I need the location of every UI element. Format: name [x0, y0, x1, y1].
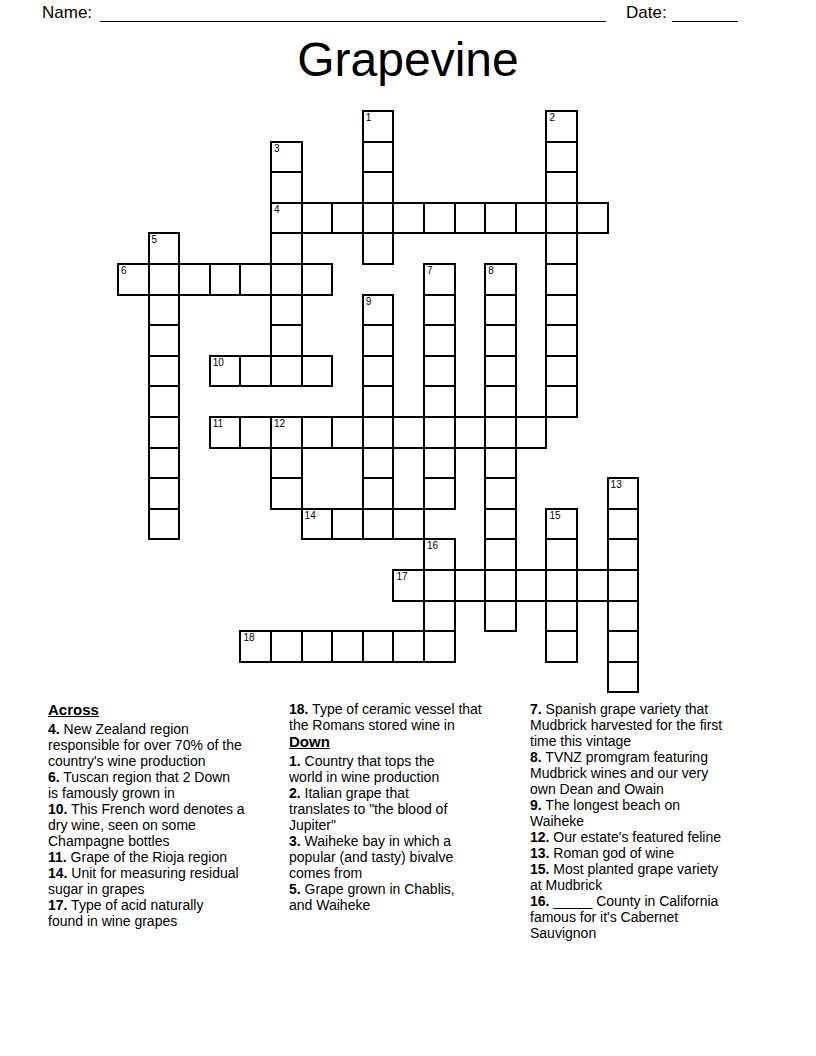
grid-cell-r2c14[interactable] [545, 171, 578, 204]
grid-cell-r15c15[interactable] [576, 569, 609, 602]
grid-cell-r9c10[interactable] [423, 385, 456, 418]
grid-cell-r10c1[interactable] [148, 416, 181, 449]
grid-cell-r10c10[interactable] [423, 416, 456, 449]
down-clue-1: 1. Country that tops the world in wine p… [289, 753, 529, 785]
grid-cell-r9c8[interactable] [362, 385, 395, 418]
grid-cell-r4c14[interactable] [545, 232, 578, 265]
grid-cell-r2c5[interactable] [270, 171, 303, 204]
name-label: Name: [42, 3, 92, 23]
grid-cell-r7c10[interactable] [423, 324, 456, 357]
grid-cell-r3c6[interactable] [301, 202, 334, 235]
grid-cell-r18c16[interactable] [607, 661, 640, 694]
grid-cell-r8c4[interactable] [239, 355, 272, 388]
grid-cell-r5c1[interactable] [148, 263, 181, 296]
grid-cell-r11c5[interactable] [270, 447, 303, 480]
grid-cell-r5c6[interactable] [301, 263, 334, 296]
grid-cell-r17c16[interactable] [607, 630, 640, 663]
grid-cell-r15c9[interactable]: 17 [392, 569, 425, 602]
grid-cell-r6c1[interactable] [148, 294, 181, 327]
grid-cell-r8c10[interactable] [423, 355, 456, 388]
grid-cell-r11c1[interactable] [148, 447, 181, 480]
grid-cell-r10c4[interactable] [239, 416, 272, 449]
across-clue-6: 6. Tuscan region that 2 Down is famously… [48, 769, 288, 801]
across-clue-18: 18. Type of ceramic vessel that the Roma… [289, 701, 529, 733]
grid-cell-r5c0[interactable]: 6 [117, 263, 150, 296]
grid-cell-r6c5[interactable] [270, 294, 303, 327]
down-header: Down [289, 733, 529, 751]
grid-cell-r16c12[interactable] [484, 600, 517, 633]
grid-cell-r15c10[interactable] [423, 569, 456, 602]
grid-cell-r4c1[interactable]: 5 [148, 232, 181, 265]
grid-cell-r6c14[interactable] [545, 294, 578, 327]
grid-cell-r17c6[interactable] [301, 630, 334, 663]
cell-number-18: 18 [243, 632, 254, 644]
page-title: Grapevine [0, 36, 816, 84]
grid-cell-r4c8[interactable] [362, 232, 395, 265]
grid-cell-r10c5[interactable]: 12 [270, 416, 303, 449]
grid-cell-r12c12[interactable] [484, 477, 517, 510]
cell-number-11: 11 [213, 418, 223, 430]
cell-number-16: 16 [427, 540, 438, 552]
across-clue-11: 11. Grape of the Rioja region [48, 849, 288, 865]
grid-cell-r0c14[interactable]: 2 [545, 110, 578, 143]
grid-cell-r10c7[interactable] [331, 416, 364, 449]
grid-cell-r16c10[interactable] [423, 600, 456, 633]
date-label: Date: [626, 3, 667, 23]
cell-number-8: 8 [488, 265, 494, 277]
grid-cell-r15c12[interactable] [484, 569, 517, 602]
crossword-grid: 123456789101112131415161718 [117, 110, 639, 694]
grid-cell-r6c12[interactable] [484, 294, 517, 327]
grid-cell-r8c14[interactable] [545, 355, 578, 388]
grid-cell-r17c5[interactable] [270, 630, 303, 663]
grid-cell-r13c16[interactable] [607, 508, 640, 541]
grid-cell-r4c5[interactable] [270, 232, 303, 265]
grid-cell-r14c12[interactable] [484, 538, 517, 571]
grid-cell-r3c15[interactable] [576, 202, 609, 235]
grid-cell-r17c7[interactable] [331, 630, 364, 663]
grid-cell-r11c8[interactable] [362, 447, 395, 480]
grid-cell-r3c7[interactable] [331, 202, 364, 235]
grid-cell-r9c14[interactable] [545, 385, 578, 418]
grid-cell-r13c14[interactable]: 15 [545, 508, 578, 541]
grid-cell-r14c14[interactable] [545, 538, 578, 571]
grid-cell-r8c6[interactable] [301, 355, 334, 388]
clues-column-across: Across4. New Zealand region responsible … [48, 701, 288, 929]
across-clue-17: 17. Type of acid naturally found in wine… [48, 897, 288, 929]
grid-cell-r17c9[interactable] [392, 630, 425, 663]
down-clue-15: 15. Most planted grape variety at Mudbri… [530, 861, 780, 893]
cell-number-6: 6 [121, 265, 127, 277]
date-fill-line[interactable] [672, 21, 738, 22]
grid-cell-r8c12[interactable] [484, 355, 517, 388]
grid-cell-r10c6[interactable] [301, 416, 334, 449]
grid-cell-r8c8[interactable] [362, 355, 395, 388]
grid-cell-r15c16[interactable] [607, 569, 640, 602]
cell-number-4: 4 [274, 204, 280, 216]
clues-column-down: 7. Spanish grape variety that Mudbrick h… [530, 701, 780, 941]
grid-cell-r8c1[interactable] [148, 355, 181, 388]
grid-cell-r14c16[interactable] [607, 538, 640, 571]
cell-number-14: 14 [305, 510, 316, 522]
grid-cell-r16c14[interactable] [545, 600, 578, 633]
grid-cell-r7c14[interactable] [545, 324, 578, 357]
down-clue-7: 7. Spanish grape variety that Mudbrick h… [530, 701, 780, 749]
grid-cell-r12c1[interactable] [148, 477, 181, 510]
grid-cell-r13c6[interactable]: 14 [301, 508, 334, 541]
clues-column-middle: 18. Type of ceramic vessel that the Roma… [289, 701, 529, 913]
grid-cell-r1c8[interactable] [362, 141, 395, 174]
across-clue-14: 14. Unit for measuring residual sugar in… [48, 865, 288, 897]
grid-cell-r17c8[interactable] [362, 630, 395, 663]
grid-cell-r12c10[interactable] [423, 477, 456, 510]
grid-cell-r12c8[interactable] [362, 477, 395, 510]
grid-cell-r6c8[interactable]: 9 [362, 294, 395, 327]
grid-cell-r0c8[interactable]: 1 [362, 110, 395, 143]
down-clue-9: 9. The longest beach on Waiheke [530, 797, 780, 829]
grid-cell-r13c12[interactable] [484, 508, 517, 541]
cell-number-1: 1 [366, 112, 372, 124]
grid-cell-r15c14[interactable] [545, 569, 578, 602]
grid-cell-r13c9[interactable] [392, 508, 425, 541]
down-clue-5: 5. Grape grown in Chablis, and Waiheke [289, 881, 529, 913]
grid-cell-r13c1[interactable] [148, 508, 181, 541]
grid-cell-r3c9[interactable] [392, 202, 425, 235]
down-clue-13: 13. Roman god of wine [530, 845, 780, 861]
grid-cell-r3c5[interactable]: 4 [270, 202, 303, 235]
grid-cell-r10c11[interactable] [454, 416, 487, 449]
grid-cell-r10c8[interactable] [362, 416, 395, 449]
grid-cell-r9c1[interactable] [148, 385, 181, 418]
cell-number-10: 10 [213, 357, 224, 369]
grid-cell-r5c14[interactable] [545, 263, 578, 296]
grid-cell-r7c12[interactable] [484, 324, 517, 357]
cell-number-7: 7 [427, 265, 433, 277]
grid-cell-r13c7[interactable] [331, 508, 364, 541]
grid-cell-r12c5[interactable] [270, 477, 303, 510]
grid-cell-r11c10[interactable] [423, 447, 456, 480]
grid-cell-r3c10[interactable] [423, 202, 456, 235]
down-clue-8: 8. TVNZ promgram featuring Mudbrick wine… [530, 749, 780, 797]
across-clue-4: 4. New Zealand region responsible for ov… [48, 721, 288, 769]
grid-cell-r3c8[interactable] [362, 202, 395, 235]
grid-cell-r1c14[interactable] [545, 141, 578, 174]
cell-number-9: 9 [366, 296, 372, 308]
grid-cell-r5c5[interactable] [270, 263, 303, 296]
grid-cell-r10c13[interactable] [515, 416, 548, 449]
grid-cell-r3c13[interactable] [515, 202, 548, 235]
cell-number-2: 2 [549, 112, 555, 124]
grid-cell-r10c3[interactable]: 11 [209, 416, 242, 449]
grid-cell-r14c10[interactable]: 16 [423, 538, 456, 571]
grid-cell-r1c5[interactable]: 3 [270, 141, 303, 174]
grid-cell-r7c5[interactable] [270, 324, 303, 357]
grid-cell-r6c10[interactable] [423, 294, 456, 327]
down-clue-3: 3. Waiheke bay in which a popular (and t… [289, 833, 529, 881]
cell-number-12: 12 [274, 418, 285, 430]
grid-cell-r10c12[interactable] [484, 416, 517, 449]
name-fill-line[interactable] [100, 21, 606, 22]
grid-cell-r10c9[interactable] [392, 416, 425, 449]
across-clue-10: 10. This French word denotes a dry wine,… [48, 801, 288, 849]
grid-cell-r5c10[interactable]: 7 [423, 263, 456, 296]
grid-cell-r7c1[interactable] [148, 324, 181, 357]
grid-cell-r12c16[interactable]: 13 [607, 477, 640, 510]
grid-cell-r5c12[interactable]: 8 [484, 263, 517, 296]
cell-number-13: 13 [611, 479, 622, 491]
grid-cell-r5c4[interactable] [239, 263, 272, 296]
across-header: Across [48, 701, 288, 719]
grid-cell-r13c8[interactable] [362, 508, 395, 541]
grid-cell-r8c3[interactable]: 10 [209, 355, 242, 388]
grid-cell-r7c8[interactable] [362, 324, 395, 357]
grid-cell-r16c16[interactable] [607, 600, 640, 633]
cell-number-17: 17 [396, 571, 407, 583]
grid-cell-r8c5[interactable] [270, 355, 303, 388]
grid-cell-r11c12[interactable] [484, 447, 517, 480]
down-clue-16: 16. _____ County in California famous fo… [530, 893, 780, 941]
grid-cell-r17c14[interactable] [545, 630, 578, 663]
grid-cell-r9c12[interactable] [484, 385, 517, 418]
grid-cell-r3c11[interactable] [454, 202, 487, 235]
cell-number-15: 15 [549, 510, 560, 522]
grid-cell-r3c14[interactable] [545, 202, 578, 235]
grid-cell-r17c4[interactable]: 18 [239, 630, 272, 663]
grid-cell-r17c10[interactable] [423, 630, 456, 663]
down-clue-12: 12. Our estate's featured feline [530, 829, 780, 845]
grid-cell-r15c11[interactable] [454, 569, 487, 602]
grid-cell-r5c3[interactable] [209, 263, 242, 296]
cell-number-3: 3 [274, 143, 280, 155]
grid-cell-r15c13[interactable] [515, 569, 548, 602]
down-clue-2: 2. Italian grape that translates to "the… [289, 785, 529, 833]
grid-cell-r5c2[interactable] [178, 263, 211, 296]
grid-cell-r2c8[interactable] [362, 171, 395, 204]
cell-number-5: 5 [152, 234, 158, 246]
grid-cell-r3c12[interactable] [484, 202, 517, 235]
